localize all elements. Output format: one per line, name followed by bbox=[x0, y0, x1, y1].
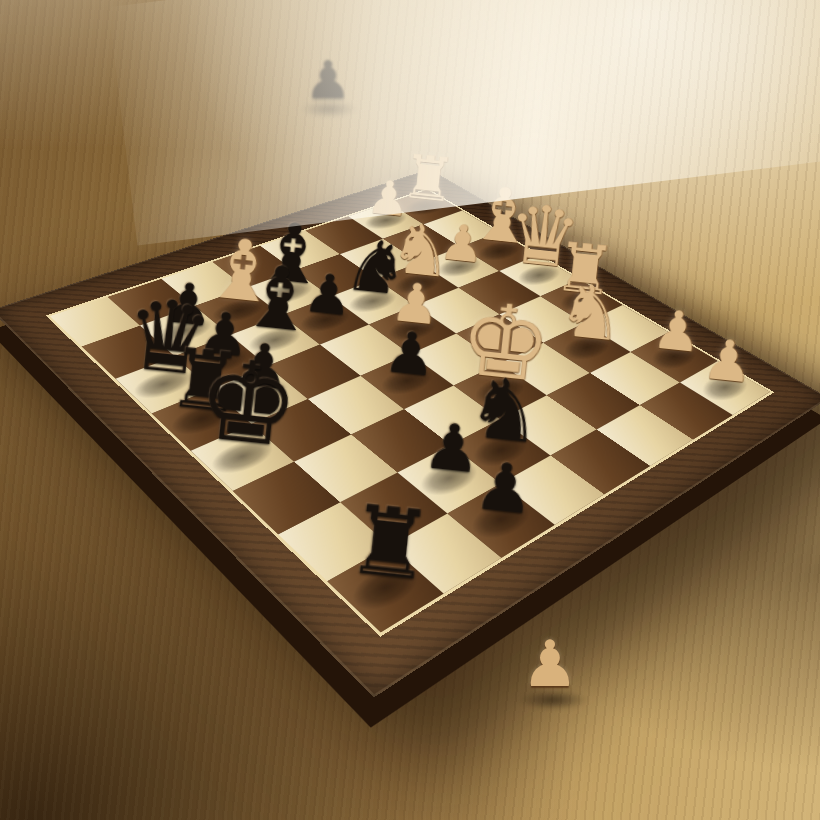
piece-shadow bbox=[205, 295, 271, 327]
piece-shadow bbox=[127, 365, 200, 404]
piece-shadow bbox=[241, 323, 308, 358]
piece-shadow bbox=[224, 375, 296, 415]
photo-chess-scene: { "game": "chess", "scene": { "descripti… bbox=[0, 0, 820, 820]
piece-shadow bbox=[467, 372, 534, 410]
captured-white-pawn-shadow bbox=[518, 690, 588, 710]
piece-shadow bbox=[203, 434, 281, 480]
captured-black-pawn-shadow bbox=[300, 100, 358, 118]
square-a8 bbox=[50, 297, 140, 347]
piece-shadow bbox=[644, 340, 705, 374]
piece-shadow bbox=[151, 314, 219, 348]
